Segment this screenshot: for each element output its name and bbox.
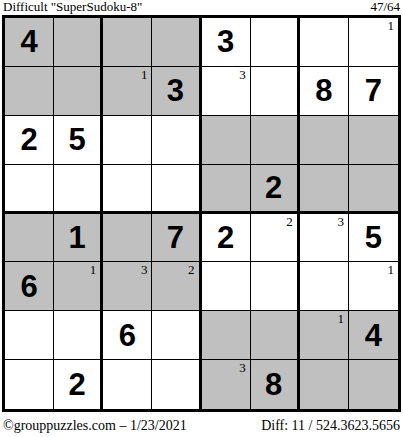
- cell-r3c5[interactable]: [202, 116, 251, 165]
- cell-r2c1[interactable]: [5, 67, 54, 116]
- cell-r4c8[interactable]: [349, 165, 398, 214]
- cell-r2c5[interactable]: 3: [202, 67, 251, 116]
- given-digit: 6: [119, 320, 136, 351]
- progress-counter: 47/64: [370, 0, 400, 14]
- given-digit: 3: [167, 75, 184, 106]
- cell-r6c8[interactable]: 1: [349, 262, 398, 311]
- cell-r8c5[interactable]: 3: [202, 360, 251, 409]
- pencil-mark: 3: [141, 263, 148, 276]
- cell-r6c7[interactable]: [300, 262, 349, 311]
- cell-r8c6[interactable]: 8: [251, 360, 300, 409]
- cell-r7c3[interactable]: 6: [103, 311, 152, 360]
- cell-r1c1[interactable]: 4: [5, 18, 54, 67]
- sudoku-board: 4311338725217223561321614238: [2, 15, 401, 412]
- pencil-mark: 3: [239, 68, 246, 81]
- given-digit: 8: [265, 369, 282, 400]
- cell-r8c3[interactable]: [103, 360, 152, 409]
- cell-r4c2[interactable]: [54, 165, 103, 214]
- cell-r4c4[interactable]: [152, 165, 201, 214]
- cell-r8c8[interactable]: [349, 360, 398, 409]
- cell-r4c7[interactable]: [300, 165, 349, 214]
- cell-r3c7[interactable]: [300, 116, 349, 165]
- cell-r3c4[interactable]: [152, 116, 201, 165]
- cell-r8c4[interactable]: [152, 360, 201, 409]
- given-digit: 7: [167, 222, 184, 253]
- pencil-mark: 2: [188, 263, 195, 276]
- given-digit: 8: [315, 75, 332, 106]
- cell-r3c3[interactable]: [103, 116, 152, 165]
- given-digit: 7: [365, 75, 382, 106]
- cell-r5c3[interactable]: [103, 214, 152, 263]
- cell-r1c3[interactable]: [103, 18, 152, 67]
- cell-r6c6[interactable]: [251, 262, 300, 311]
- given-digit: 2: [20, 124, 37, 155]
- pencil-mark: 1: [141, 68, 148, 81]
- cell-r5c4[interactable]: 7: [152, 214, 201, 263]
- given-digit: 5: [69, 124, 86, 155]
- pencil-mark: 2: [286, 215, 293, 228]
- cell-r5c7[interactable]: 3: [300, 214, 349, 263]
- cell-r6c4[interactable]: 2: [152, 262, 201, 311]
- cell-r4c1[interactable]: [5, 165, 54, 214]
- cell-r3c8[interactable]: [349, 116, 398, 165]
- cell-r5c8[interactable]: 5: [349, 214, 398, 263]
- puzzle-title: Difficult "SuperSudoku-8": [3, 0, 142, 14]
- cell-r4c5[interactable]: [202, 165, 251, 214]
- cell-r8c7[interactable]: [300, 360, 349, 409]
- cell-r3c6[interactable]: [251, 116, 300, 165]
- cell-r3c2[interactable]: 5: [54, 116, 103, 165]
- cell-r4c6[interactable]: 2: [251, 165, 300, 214]
- given-digit: 4: [20, 26, 37, 57]
- cell-r7c7[interactable]: 1: [300, 311, 349, 360]
- cell-r2c8[interactable]: 7: [349, 67, 398, 116]
- cell-r6c5[interactable]: [202, 262, 251, 311]
- cell-r7c1[interactable]: [5, 311, 54, 360]
- cell-r5c2[interactable]: 1: [54, 214, 103, 263]
- given-digit: 4: [365, 320, 382, 351]
- given-digit: 2: [265, 172, 282, 203]
- cell-r1c5[interactable]: 3: [202, 18, 251, 67]
- cell-r1c4[interactable]: [152, 18, 201, 67]
- cell-r7c6[interactable]: [251, 311, 300, 360]
- cell-r1c8[interactable]: 1: [349, 18, 398, 67]
- cell-r5c1[interactable]: [5, 214, 54, 263]
- cell-r2c3[interactable]: 1: [103, 67, 152, 116]
- given-digit: 2: [69, 369, 86, 400]
- cell-r3c1[interactable]: 2: [5, 116, 54, 165]
- copyright-text: ©grouppuzzles.com – 1/23/2021: [3, 418, 187, 433]
- difficulty-text: Diff: 11 / 524.3623.5656: [261, 418, 400, 433]
- cell-r8c2[interactable]: 2: [54, 360, 103, 409]
- cell-r6c3[interactable]: 3: [103, 262, 152, 311]
- pencil-mark: 1: [388, 19, 395, 32]
- pencil-mark: 1: [388, 263, 395, 276]
- cell-r1c7[interactable]: [300, 18, 349, 67]
- cell-r5c5[interactable]: 2: [202, 214, 251, 263]
- cell-r2c2[interactable]: [54, 67, 103, 116]
- header: Difficult "SuperSudoku-8" 47/64: [3, 0, 400, 14]
- cell-r7c4[interactable]: [152, 311, 201, 360]
- given-digit: 3: [217, 26, 234, 57]
- given-digit: 1: [69, 222, 86, 253]
- cell-r8c1[interactable]: [5, 360, 54, 409]
- cell-r2c4[interactable]: 3: [152, 67, 201, 116]
- cell-r7c5[interactable]: [202, 311, 251, 360]
- given-digit: 5: [365, 222, 382, 253]
- cell-r2c7[interactable]: 8: [300, 67, 349, 116]
- cell-r7c8[interactable]: 4: [349, 311, 398, 360]
- cell-r7c2[interactable]: [54, 311, 103, 360]
- cell-r4c3[interactable]: [103, 165, 152, 214]
- cell-r6c2[interactable]: 1: [54, 262, 103, 311]
- cell-r2c6[interactable]: [251, 67, 300, 116]
- pencil-mark: 3: [337, 215, 344, 228]
- cell-r1c2[interactable]: [54, 18, 103, 67]
- cell-r5c6[interactable]: 2: [251, 214, 300, 263]
- pencil-mark: 1: [337, 312, 344, 325]
- footer: ©grouppuzzles.com – 1/23/2021 Diff: 11 /…: [3, 418, 400, 433]
- cell-r6c1[interactable]: 6: [5, 262, 54, 311]
- cell-r1c6[interactable]: [251, 18, 300, 67]
- given-digit: 6: [20, 271, 37, 302]
- given-digit: 2: [217, 222, 234, 253]
- pencil-mark: 1: [90, 263, 97, 276]
- pencil-mark: 3: [239, 361, 246, 374]
